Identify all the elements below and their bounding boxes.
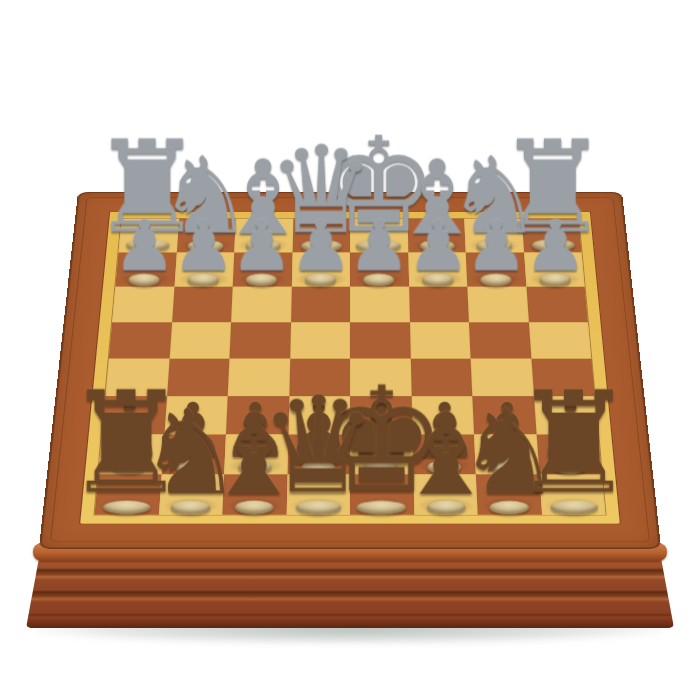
piece-black-pawn[interactable]: ♟ [230,216,293,286]
square-a1[interactable]: ♜ [95,474,162,515]
square-a7[interactable]: ♟ [115,252,176,286]
black-pawn-icon: ♟ [289,216,352,278]
square-g7[interactable]: ♟ [466,252,526,286]
square-g6[interactable] [467,287,528,322]
piece-base [235,501,273,515]
square-e7[interactable]: ♟ [350,252,409,286]
square-h5[interactable] [528,322,591,358]
piece-base [103,501,150,515]
piece-black-pawn[interactable]: ♟ [465,216,528,286]
square-c5[interactable] [229,322,290,358]
square-c7[interactable]: ♟ [233,252,292,286]
black-pawn-icon: ♟ [172,216,235,278]
black-pawn-icon: ♟ [230,216,293,278]
white-bishop-icon: ♝ [204,406,305,505]
piece-black-pawn[interactable]: ♟ [524,216,587,286]
product-photo-stage: ♜♞♝♛♚♝♞♜♟♟♟♟♟♟♟♟♟♟♟♟♟♟♟♟♜♞♝♛♚♝♞♜ [0,0,700,700]
black-pawn-icon: ♟ [524,216,587,278]
white-rook-icon: ♜ [511,382,637,505]
piece-white-bishop[interactable]: ♝ [395,406,496,514]
square-a5[interactable] [109,322,172,358]
square-c1[interactable]: ♝ [222,474,287,515]
board-grid: ♜♞♝♛♚♝♞♜♟♟♟♟♟♟♟♟♟♟♟♟♟♟♟♟♜♞♝♛♚♝♞♜ [95,219,606,515]
square-h6[interactable] [526,287,588,322]
square-b6[interactable] [172,287,233,322]
piece-white-rook[interactable]: ♜ [64,382,190,514]
square-g5[interactable] [469,322,531,358]
piece-base [305,274,336,286]
square-d6[interactable] [291,287,350,322]
square-f5[interactable] [409,322,470,358]
chess-case-front [26,558,674,628]
chess-board-lid: ♜♞♝♛♚♝♞♜♟♟♟♟♟♟♟♟♟♟♟♟♟♟♟♟♜♞♝♛♚♝♞♜ [39,192,661,549]
black-pawn-icon: ♟ [113,216,176,278]
piece-base [427,501,465,515]
square-e5[interactable] [350,322,410,358]
white-bishop-icon: ♝ [395,406,496,505]
square-h7[interactable]: ♟ [524,252,585,286]
piece-base [422,274,453,286]
square-b7[interactable]: ♟ [174,252,234,286]
black-pawn-icon: ♟ [465,216,528,278]
piece-black-pawn[interactable]: ♟ [406,216,469,286]
square-h1[interactable]: ♜ [539,474,606,515]
piece-white-rook[interactable]: ♜ [511,382,637,514]
square-d5[interactable] [290,322,350,358]
piece-black-pawn[interactable]: ♟ [172,216,235,286]
black-pawn-icon: ♟ [406,216,469,278]
square-f6[interactable] [409,287,469,322]
piece-black-pawn[interactable]: ♟ [348,216,411,286]
white-rook-icon: ♜ [64,382,190,505]
piece-base [188,274,219,286]
piece-black-pawn[interactable]: ♟ [289,216,352,286]
square-f1[interactable]: ♝ [413,474,478,515]
piece-base [540,274,571,286]
square-a6[interactable] [112,287,174,322]
piece-base [550,501,597,515]
piece-black-pawn[interactable]: ♟ [113,216,176,286]
square-d7[interactable]: ♟ [291,252,350,286]
square-b5[interactable] [169,322,231,358]
square-c6[interactable] [231,287,291,322]
square-e6[interactable] [350,287,409,322]
square-f7[interactable]: ♟ [408,252,467,286]
black-pawn-icon: ♟ [348,216,411,278]
piece-white-bishop[interactable]: ♝ [204,406,305,514]
